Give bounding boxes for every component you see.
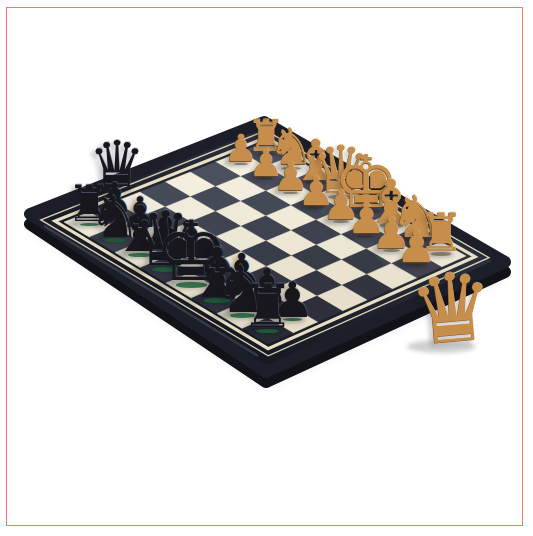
product-photo: ♜♟♞♟♝♛♟♛♟♚♟♟♜♝♟♟♞♞♟♟♜♝♟♟♛♟♚♟♝♟♞♟♜♛ <box>0 0 533 536</box>
black-rook-glyph: ♜ <box>241 277 294 336</box>
white-queen-glyph: ♛ <box>405 258 498 360</box>
pieces-layer: ♜♟♞♟♝♛♟♛♟♚♟♟♜♝♟♟♞♞♟♟♜♝♟♟♛♟♚♟♝♟♞♟♜♛ <box>0 0 533 536</box>
